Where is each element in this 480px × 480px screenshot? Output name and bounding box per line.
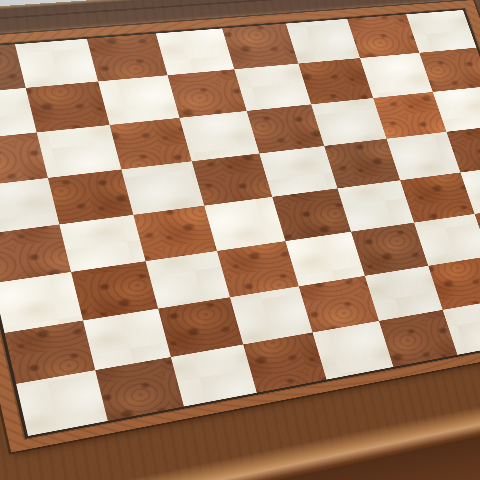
square-r2c3: [98, 75, 179, 125]
square-r1c3: [87, 33, 168, 81]
square-r1c4: [156, 28, 234, 75]
board-border: [0, 0, 480, 452]
photo-stage: [0, 0, 480, 480]
square-r8c3: [171, 344, 257, 406]
chess-board-grid: [0, 10, 480, 436]
square-r2c4: [168, 69, 247, 118]
square-r2c2: [26, 81, 110, 132]
square-r1c5: [222, 24, 298, 70]
square-r1c8: [406, 10, 476, 53]
square-r1c2: [15, 39, 98, 88]
board-frame: [0, 0, 480, 480]
square-r3c4: [180, 111, 260, 161]
square-r8c4: [243, 332, 326, 392]
